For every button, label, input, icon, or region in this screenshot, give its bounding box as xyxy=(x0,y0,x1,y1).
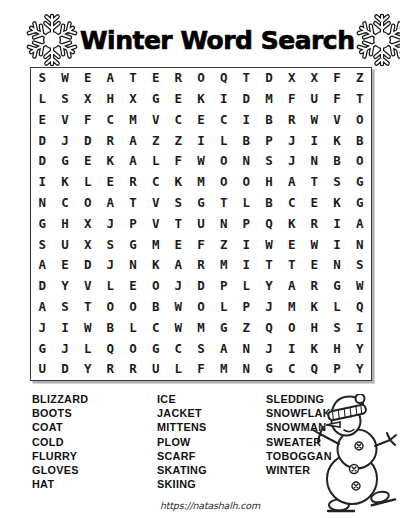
grid-cell: N xyxy=(303,151,326,172)
grid-cell: P xyxy=(235,297,258,318)
grid-cell: Y xyxy=(348,359,371,380)
grid-cell: P xyxy=(122,214,145,235)
grid-cell: I xyxy=(54,318,77,339)
grid-cell: U xyxy=(54,234,77,255)
grid-cell: T xyxy=(235,68,258,89)
grid-cell: W xyxy=(303,234,326,255)
grid-cell: A xyxy=(99,68,122,89)
grid-cell: L xyxy=(235,193,258,214)
grid-cell: Y xyxy=(348,338,371,359)
word-item: SKATING xyxy=(157,463,207,477)
grid-cell: S xyxy=(31,234,54,255)
grid-cell: G xyxy=(31,214,54,235)
grid-cell: G xyxy=(144,338,167,359)
grid-cell: B xyxy=(144,297,167,318)
grid-cell: F xyxy=(280,89,303,110)
word-item: SCARF xyxy=(157,449,207,463)
grid-cell: G xyxy=(122,234,145,255)
grid-cell: J xyxy=(99,214,122,235)
grid-cell: D xyxy=(31,276,54,297)
grid-cell: I xyxy=(280,338,303,359)
grid-cell: S xyxy=(326,318,349,339)
grid-cell: J xyxy=(54,338,77,359)
grid-cell: K xyxy=(190,89,213,110)
grid-cell: P xyxy=(258,130,281,151)
grid-cell: K xyxy=(326,130,349,151)
grid-cell: H xyxy=(326,338,349,359)
grid-cell: Z xyxy=(235,318,258,339)
grid-cell: J xyxy=(258,338,281,359)
grid-cell: A xyxy=(167,255,190,276)
grid-cell: X xyxy=(76,214,99,235)
grid-cell: C xyxy=(99,110,122,131)
word-item: PLOW xyxy=(157,435,207,449)
grid-cell: A xyxy=(280,172,303,193)
grid-cell: G xyxy=(348,193,371,214)
grid-cell: N xyxy=(326,255,349,276)
grid-cell: Z xyxy=(144,130,167,151)
grid-cell: S xyxy=(348,255,371,276)
snowflake-icon xyxy=(354,11,400,69)
grid-cell: J xyxy=(280,130,303,151)
grid-cell: I xyxy=(235,255,258,276)
grid-cell: D xyxy=(31,130,54,151)
grid-cell: X xyxy=(280,68,303,89)
grid-cell: E xyxy=(167,234,190,255)
grid-cell: R xyxy=(167,68,190,89)
grid-cell: C xyxy=(54,193,77,214)
grid-cell: O xyxy=(190,297,213,318)
grid-cell: C xyxy=(280,193,303,214)
word-item: HAT xyxy=(32,477,88,491)
grid-cell: O xyxy=(76,193,99,214)
grid-cell: U xyxy=(303,89,326,110)
grid-cell: O xyxy=(348,151,371,172)
word-item: BLIZZARD xyxy=(32,392,88,406)
grid-cell: E xyxy=(280,234,303,255)
grid-cell: E xyxy=(76,68,99,89)
grid-cell: Y xyxy=(76,359,99,380)
grid-cell: M xyxy=(258,89,281,110)
grid-cell: E xyxy=(99,172,122,193)
grid-cell: E xyxy=(31,110,54,131)
grid-cell: X xyxy=(76,234,99,255)
grid-cell: C xyxy=(167,110,190,131)
grid-cell: M xyxy=(190,172,213,193)
grid-cell: H xyxy=(258,172,281,193)
grid-cell: Q xyxy=(258,318,281,339)
grid-cell: L xyxy=(99,276,122,297)
grid-cell: Q xyxy=(303,359,326,380)
grid-cell: S xyxy=(54,297,77,318)
grid-cell: A xyxy=(280,276,303,297)
grid-cell: J xyxy=(54,130,77,151)
grid-cell: Q xyxy=(212,68,235,89)
grid-cell: G xyxy=(31,338,54,359)
grid-cell: E xyxy=(190,110,213,131)
grid-cell: W xyxy=(167,297,190,318)
grid-cell: E xyxy=(54,255,77,276)
grid-cell: A xyxy=(99,193,122,214)
word-list-column: ICEJACKETMITTENSPLOWSCARFSKATINGSKIING xyxy=(157,392,207,491)
grid-cell: C xyxy=(144,172,167,193)
grid-cell: D xyxy=(258,68,281,89)
grid-cell: B xyxy=(99,318,122,339)
grid-cell: O xyxy=(235,172,258,193)
grid-cell: F xyxy=(76,110,99,131)
grid-cell: T xyxy=(212,193,235,214)
grid-cell: G xyxy=(348,172,371,193)
grid-cell: O xyxy=(348,110,371,131)
grid-cell: S xyxy=(190,338,213,359)
grid-cell: R xyxy=(99,130,122,151)
word-item: JACKET xyxy=(157,406,207,420)
grid-cell: E xyxy=(144,68,167,89)
grid-cell: E xyxy=(167,89,190,110)
grid-cell: M xyxy=(212,359,235,380)
grid-cell: R xyxy=(99,359,122,380)
grid-cell: P xyxy=(212,276,235,297)
grid-cell: M xyxy=(122,110,145,131)
grid-cell: T xyxy=(258,255,281,276)
grid-cell: K xyxy=(303,338,326,359)
grid-cell: N xyxy=(235,359,258,380)
grid-cell: V xyxy=(144,193,167,214)
snowman-illustration xyxy=(310,394,398,516)
grid-cell: T xyxy=(76,297,99,318)
grid-cell: W xyxy=(167,318,190,339)
grid-cell: R xyxy=(122,172,145,193)
word-item: MITTENS xyxy=(157,420,207,434)
grid-cell: J xyxy=(99,255,122,276)
grid-cell: T xyxy=(280,255,303,276)
grid-cell: E xyxy=(122,276,145,297)
grid-cell: D xyxy=(190,276,213,297)
grid-cell: H xyxy=(303,318,326,339)
word-item: COAT xyxy=(32,420,88,434)
title-bar: Winter Word Search xyxy=(0,10,400,70)
grid-cell: V xyxy=(326,110,349,131)
word-item: BOOTS xyxy=(32,406,88,420)
grid-cell: M xyxy=(280,297,303,318)
grid-cell: J xyxy=(258,297,281,318)
grid-cell: E xyxy=(303,255,326,276)
grid-cell: K xyxy=(303,297,326,318)
grid-cell: Q xyxy=(348,297,371,318)
grid-cell: Z xyxy=(348,68,371,89)
grid-cell: K xyxy=(99,151,122,172)
grid-cell: T xyxy=(167,214,190,235)
grid-cell: F xyxy=(190,234,213,255)
grid-cell: G xyxy=(326,276,349,297)
grid-cell: G xyxy=(54,151,77,172)
grid-cell: W xyxy=(258,234,281,255)
grid-cell: O xyxy=(144,276,167,297)
grid-cell: D xyxy=(76,130,99,151)
grid-cell: U xyxy=(144,359,167,380)
grid-cell: L xyxy=(235,276,258,297)
grid-cell: W xyxy=(76,318,99,339)
grid-cell: B xyxy=(348,130,371,151)
grid-cell: F xyxy=(190,359,213,380)
grid-cell: O xyxy=(99,297,122,318)
grid-cell: I xyxy=(326,214,349,235)
grid-cell: O xyxy=(212,172,235,193)
grid-cell: E xyxy=(76,151,99,172)
grid-cell: Q xyxy=(99,338,122,359)
grid-cell: W xyxy=(348,276,371,297)
grid-cell: E xyxy=(303,193,326,214)
grid-cell: K xyxy=(326,193,349,214)
grid-cell: F xyxy=(326,68,349,89)
grid-cell: N xyxy=(212,214,235,235)
word-list-column: BLIZZARDBOOTSCOATCOLDFLURRYGLOVESHAT xyxy=(32,392,88,491)
grid-cell: R xyxy=(122,359,145,380)
grid-cell: K xyxy=(167,172,190,193)
grid-cell: C xyxy=(280,359,303,380)
grid-cell: V xyxy=(54,110,77,131)
letter-grid: SWEATEROQTDXXFZLSXHXGEKIDMFUFTEVFCMVCECI… xyxy=(30,67,372,381)
grid-cell: Y xyxy=(258,276,281,297)
grid-cell: A xyxy=(31,255,54,276)
grid-cell: L xyxy=(212,130,235,151)
grid-cell: L xyxy=(76,172,99,193)
grid-cell: D xyxy=(54,359,77,380)
grid-cell: O xyxy=(190,68,213,89)
grid-cell: L xyxy=(167,359,190,380)
grid-cell: W xyxy=(303,110,326,131)
grid-cell: Z xyxy=(167,130,190,151)
grid-cell: J xyxy=(31,318,54,339)
word-item: ICE xyxy=(157,392,207,406)
grid-cell: Z xyxy=(212,234,235,255)
grid-cell: X xyxy=(303,68,326,89)
grid-cell: I xyxy=(31,172,54,193)
grid-cell: S xyxy=(167,193,190,214)
grid-cell: U xyxy=(31,359,54,380)
grid-cell: I xyxy=(190,130,213,151)
word-item: SKIING xyxy=(157,477,207,491)
grid-cell: G xyxy=(212,318,235,339)
grid-cell: I xyxy=(235,110,258,131)
snowflake-icon xyxy=(24,11,80,69)
grid-cell: L xyxy=(122,318,145,339)
page-title: Winter Word Search xyxy=(80,26,354,55)
grid-cell: J xyxy=(280,151,303,172)
grid-cell: D xyxy=(76,255,99,276)
word-item: GLOVES xyxy=(32,463,88,477)
grid-cell: T xyxy=(122,193,145,214)
grid-cell: Q xyxy=(258,214,281,235)
grid-cell: A xyxy=(348,214,371,235)
grid-cell: S xyxy=(326,172,349,193)
grid-cell: O xyxy=(122,338,145,359)
grid-cell: O xyxy=(122,297,145,318)
grid-cell: N xyxy=(348,234,371,255)
grid-cell: B xyxy=(258,110,281,131)
grid-cell: S xyxy=(31,68,54,89)
grid-cell: N xyxy=(31,193,54,214)
grid-cell: N xyxy=(235,338,258,359)
grid-cell: T xyxy=(303,172,326,193)
grid-cell: M xyxy=(144,234,167,255)
grid-cell: O xyxy=(212,151,235,172)
word-item: COLD xyxy=(32,435,88,449)
grid-cell: I xyxy=(303,130,326,151)
grid-cell: D xyxy=(235,89,258,110)
grid-cell: L xyxy=(326,297,349,318)
grid-cell: B xyxy=(258,193,281,214)
grid-cell: B xyxy=(235,130,258,151)
grid-cell: R xyxy=(303,276,326,297)
grid-cell: W xyxy=(54,68,77,89)
grid-cell: L xyxy=(144,151,167,172)
grid-cell: V xyxy=(144,110,167,131)
grid-cell: A xyxy=(122,130,145,151)
grid-cell: N xyxy=(235,151,258,172)
grid-cell: X xyxy=(76,89,99,110)
grid-cell: G xyxy=(258,359,281,380)
grid-cell: A xyxy=(122,151,145,172)
grid-cell: G xyxy=(190,193,213,214)
grid-cell: U xyxy=(190,214,213,235)
grid-cell: S xyxy=(258,151,281,172)
grid-cell: O xyxy=(280,318,303,339)
grid-cell: C xyxy=(144,318,167,339)
grid-cell: T xyxy=(348,89,371,110)
footer-url: https://natashalh.com xyxy=(130,500,290,511)
grid-cell: X xyxy=(122,89,145,110)
grid-cell: V xyxy=(76,276,99,297)
grid-cell: L xyxy=(212,297,235,318)
grid-cell: G xyxy=(144,89,167,110)
grid-cell: C xyxy=(212,110,235,131)
grid-cell: M xyxy=(190,318,213,339)
grid-cell: I xyxy=(235,234,258,255)
grid-cell: R xyxy=(280,110,303,131)
grid-cell: T xyxy=(122,68,145,89)
grid-cell: I xyxy=(212,89,235,110)
grid-cell: A xyxy=(31,297,54,318)
grid-cell: J xyxy=(167,276,190,297)
grid-cell: C xyxy=(167,338,190,359)
grid-cell: H xyxy=(54,214,77,235)
grid-cell: Y xyxy=(54,276,77,297)
grid-cell: K xyxy=(54,172,77,193)
grid-cell: P xyxy=(235,214,258,235)
grid-cell: B xyxy=(326,151,349,172)
grid-cell: L xyxy=(31,89,54,110)
grid-cell: S xyxy=(54,89,77,110)
grid-cell: M xyxy=(212,255,235,276)
grid-cell: W xyxy=(190,151,213,172)
grid-cell: K xyxy=(144,255,167,276)
grid-cell: R xyxy=(190,255,213,276)
grid-cell: F xyxy=(167,151,190,172)
grid-cell: I xyxy=(326,234,349,255)
grid-cell: L xyxy=(76,338,99,359)
grid-cell: K xyxy=(280,214,303,235)
grid-cell: D xyxy=(31,151,54,172)
grid-cell: A xyxy=(212,338,235,359)
grid-cell: I xyxy=(348,318,371,339)
grid-cell: S xyxy=(99,234,122,255)
grid-cell: R xyxy=(303,214,326,235)
word-item: FLURRY xyxy=(32,449,88,463)
grid-cell: F xyxy=(326,89,349,110)
grid-cell: N xyxy=(122,255,145,276)
grid-cell: V xyxy=(144,214,167,235)
grid-cell: P xyxy=(326,359,349,380)
grid-cell: H xyxy=(99,89,122,110)
